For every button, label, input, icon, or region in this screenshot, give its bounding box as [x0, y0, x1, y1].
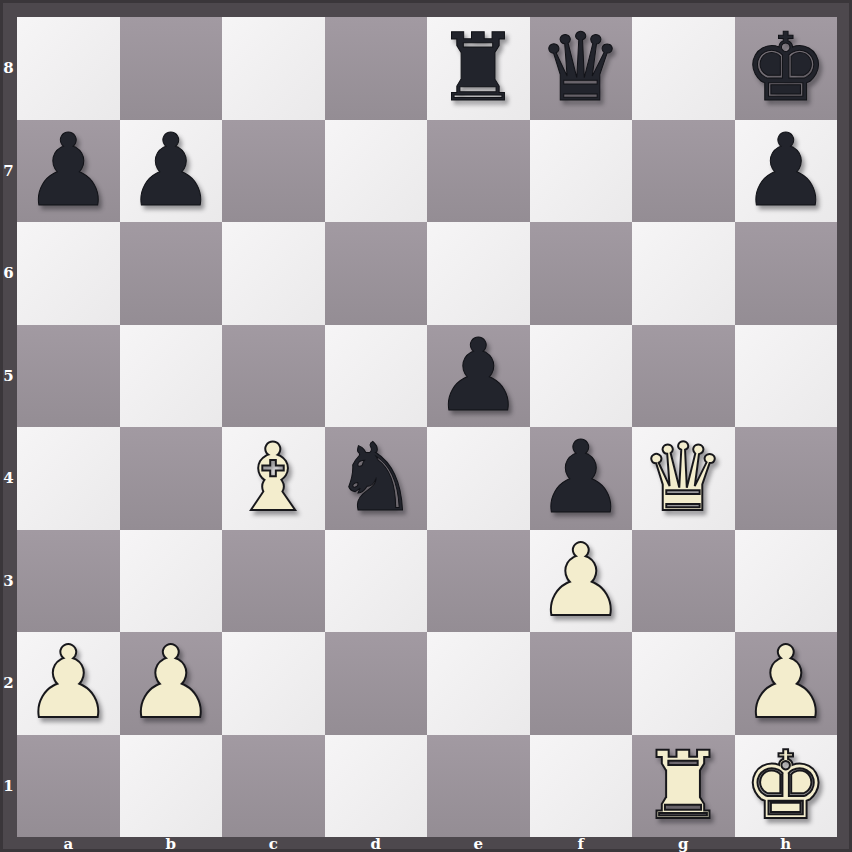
piece-black-knight[interactable]: ♞ — [334, 431, 418, 525]
rank-labels: 87654321 — [0, 17, 17, 837]
square-d4[interactable]: ♞ — [325, 427, 428, 530]
square-e5[interactable]: ♟ — [427, 325, 530, 428]
square-g1[interactable]: ♜ — [632, 735, 735, 838]
file-label-a: a — [17, 835, 120, 852]
piece-white-rook[interactable]: ♜ — [641, 739, 725, 833]
file-label-e: e — [427, 835, 530, 852]
file-label-h: h — [735, 835, 838, 852]
chess-board[interactable]: ♜♛♚♟♟♟♟♝♞♟♛♟♟♟♟♜♚ — [17, 17, 837, 837]
rank-label-8: 8 — [0, 17, 17, 120]
piece-black-pawn[interactable]: ♟ — [126, 121, 216, 221]
piece-black-pawn[interactable]: ♟ — [536, 428, 626, 528]
piece-white-pawn[interactable]: ♟ — [126, 633, 216, 733]
square-a2[interactable]: ♟ — [17, 632, 120, 735]
square-d1[interactable] — [325, 735, 428, 838]
square-a1[interactable] — [17, 735, 120, 838]
piece-black-rook[interactable]: ♜ — [436, 21, 520, 115]
piece-white-pawn[interactable]: ♟ — [23, 633, 113, 733]
square-b8[interactable] — [120, 17, 223, 120]
rank-label-7: 7 — [0, 120, 17, 223]
square-e1[interactable] — [427, 735, 530, 838]
square-h1[interactable]: ♚ — [735, 735, 838, 838]
rank-label-1: 1 — [0, 735, 17, 838]
square-a7[interactable]: ♟ — [17, 120, 120, 223]
piece-white-king[interactable]: ♚ — [744, 739, 828, 833]
piece-white-pawn[interactable]: ♟ — [536, 531, 626, 631]
square-f7[interactable] — [530, 120, 633, 223]
rank-label-6: 6 — [0, 222, 17, 325]
square-f6[interactable] — [530, 222, 633, 325]
square-a8[interactable] — [17, 17, 120, 120]
square-a4[interactable] — [17, 427, 120, 530]
square-f2[interactable] — [530, 632, 633, 735]
square-b2[interactable]: ♟ — [120, 632, 223, 735]
piece-white-queen[interactable]: ♛ — [641, 431, 725, 525]
square-f8[interactable]: ♛ — [530, 17, 633, 120]
square-h4[interactable] — [735, 427, 838, 530]
square-c4[interactable]: ♝ — [222, 427, 325, 530]
square-a3[interactable] — [17, 530, 120, 633]
square-b1[interactable] — [120, 735, 223, 838]
square-f3[interactable]: ♟ — [530, 530, 633, 633]
square-c8[interactable] — [222, 17, 325, 120]
square-d5[interactable] — [325, 325, 428, 428]
square-g2[interactable] — [632, 632, 735, 735]
square-a6[interactable] — [17, 222, 120, 325]
square-e7[interactable] — [427, 120, 530, 223]
square-e8[interactable]: ♜ — [427, 17, 530, 120]
square-e3[interactable] — [427, 530, 530, 633]
file-label-b: b — [120, 835, 223, 852]
square-d3[interactable] — [325, 530, 428, 633]
square-f4[interactable]: ♟ — [530, 427, 633, 530]
file-label-d: d — [325, 835, 428, 852]
square-h7[interactable]: ♟ — [735, 120, 838, 223]
piece-white-bishop[interactable]: ♝ — [231, 431, 315, 525]
file-labels: abcdefgh — [17, 835, 837, 852]
square-c7[interactable] — [222, 120, 325, 223]
square-b3[interactable] — [120, 530, 223, 633]
square-e6[interactable] — [427, 222, 530, 325]
square-d7[interactable] — [325, 120, 428, 223]
square-c6[interactable] — [222, 222, 325, 325]
square-d2[interactable] — [325, 632, 428, 735]
square-d8[interactable] — [325, 17, 428, 120]
file-label-c: c — [222, 835, 325, 852]
piece-black-pawn[interactable]: ♟ — [741, 121, 831, 221]
square-h2[interactable]: ♟ — [735, 632, 838, 735]
square-g6[interactable] — [632, 222, 735, 325]
square-d6[interactable] — [325, 222, 428, 325]
piece-black-king[interactable]: ♚ — [744, 21, 828, 115]
piece-white-pawn[interactable]: ♟ — [741, 633, 831, 733]
square-h3[interactable] — [735, 530, 838, 633]
rank-label-2: 2 — [0, 632, 17, 735]
file-label-f: f — [530, 835, 633, 852]
square-h8[interactable]: ♚ — [735, 17, 838, 120]
rank-label-5: 5 — [0, 325, 17, 428]
square-b5[interactable] — [120, 325, 223, 428]
square-c3[interactable] — [222, 530, 325, 633]
square-b6[interactable] — [120, 222, 223, 325]
piece-black-queen[interactable]: ♛ — [539, 21, 623, 115]
rank-label-3: 3 — [0, 530, 17, 633]
square-c5[interactable] — [222, 325, 325, 428]
square-a5[interactable] — [17, 325, 120, 428]
rank-label-4: 4 — [0, 427, 17, 530]
square-g7[interactable] — [632, 120, 735, 223]
square-h6[interactable] — [735, 222, 838, 325]
piece-black-pawn[interactable]: ♟ — [433, 326, 523, 426]
square-c2[interactable] — [222, 632, 325, 735]
square-f5[interactable] — [530, 325, 633, 428]
file-label-g: g — [632, 835, 735, 852]
square-h5[interactable] — [735, 325, 838, 428]
square-c1[interactable] — [222, 735, 325, 838]
square-g5[interactable] — [632, 325, 735, 428]
square-e2[interactable] — [427, 632, 530, 735]
square-b7[interactable]: ♟ — [120, 120, 223, 223]
piece-black-pawn[interactable]: ♟ — [23, 121, 113, 221]
square-b4[interactable] — [120, 427, 223, 530]
square-g8[interactable] — [632, 17, 735, 120]
square-f1[interactable] — [530, 735, 633, 838]
square-e4[interactable] — [427, 427, 530, 530]
square-g3[interactable] — [632, 530, 735, 633]
chess-board-frame: 87654321 ♜♛♚♟♟♟♟♝♞♟♛♟♟♟♟♜♚ abcdefgh — [0, 0, 852, 852]
square-g4[interactable]: ♛ — [632, 427, 735, 530]
